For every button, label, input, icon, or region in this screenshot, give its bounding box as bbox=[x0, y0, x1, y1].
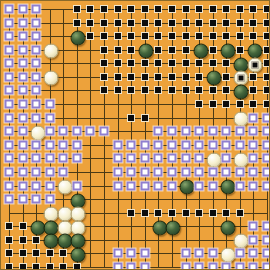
white-territory-marker bbox=[32, 72, 41, 81]
black-territory-marker bbox=[32, 236, 40, 244]
black-territory-marker bbox=[86, 19, 94, 27]
black-territory-marker bbox=[127, 19, 135, 27]
white-territory-marker bbox=[32, 154, 41, 163]
white-territory-marker bbox=[154, 167, 163, 176]
black-territory-marker bbox=[236, 32, 244, 40]
white-territory-marker bbox=[127, 181, 136, 190]
white-territory-marker bbox=[59, 154, 68, 163]
black-territory-marker bbox=[182, 19, 190, 27]
black-territory-marker bbox=[127, 114, 135, 122]
white-territory-marker bbox=[249, 235, 258, 244]
black-territory-marker bbox=[127, 5, 135, 13]
black-territory-marker bbox=[249, 32, 257, 40]
white-territory-marker bbox=[208, 181, 217, 190]
black-territory-marker bbox=[46, 249, 54, 257]
black-territory-marker bbox=[222, 73, 230, 81]
white-territory-marker bbox=[140, 181, 149, 190]
black-territory-marker bbox=[73, 263, 81, 270]
black-territory-marker bbox=[100, 86, 108, 94]
white-territory-marker bbox=[18, 59, 27, 68]
black-territory-marker bbox=[154, 209, 162, 217]
black-territory-marker bbox=[249, 73, 257, 81]
black-territory-marker bbox=[168, 209, 176, 217]
white-territory-marker bbox=[72, 140, 81, 149]
white-territory-marker bbox=[235, 249, 244, 258]
white-territory-marker bbox=[195, 181, 204, 190]
white-territory-marker bbox=[18, 72, 27, 81]
black-territory-marker bbox=[141, 209, 149, 217]
white-territory-marker bbox=[18, 195, 27, 204]
black-territory-marker bbox=[100, 59, 108, 67]
white-territory-marker bbox=[59, 140, 68, 149]
black-territory-marker bbox=[195, 209, 203, 217]
white-territory-marker bbox=[181, 154, 190, 163]
white-territory-marker bbox=[5, 140, 14, 149]
white-territory-marker bbox=[235, 262, 244, 270]
white-territory-marker bbox=[72, 154, 81, 163]
white-territory-marker bbox=[5, 181, 14, 190]
black-territory-marker bbox=[59, 249, 67, 257]
black-territory-marker bbox=[182, 46, 190, 54]
black-territory-marker bbox=[32, 263, 40, 270]
white-territory-marker bbox=[140, 249, 149, 258]
white-territory-marker bbox=[113, 181, 122, 190]
black-territory-marker bbox=[249, 19, 257, 27]
black-territory-marker bbox=[19, 236, 27, 244]
white-territory-marker bbox=[140, 140, 149, 149]
white-territory-marker bbox=[32, 167, 41, 176]
black-territory-marker bbox=[182, 59, 190, 67]
black-territory-marker bbox=[73, 5, 81, 13]
white-territory-marker bbox=[208, 167, 217, 176]
go-board[interactable] bbox=[1, 1, 269, 269]
white-territory-marker bbox=[32, 181, 41, 190]
white-territory-marker bbox=[181, 262, 190, 270]
black-territory-marker bbox=[209, 5, 217, 13]
black-territory-marker bbox=[73, 19, 81, 27]
black-territory-marker bbox=[222, 86, 230, 94]
white-territory-marker bbox=[100, 127, 109, 136]
white-stone[interactable] bbox=[234, 152, 249, 167]
white-territory-marker bbox=[249, 181, 258, 190]
black-territory-marker bbox=[209, 59, 217, 67]
white-territory-marker bbox=[5, 5, 14, 14]
white-stone[interactable] bbox=[44, 44, 59, 59]
white-territory-marker bbox=[45, 195, 54, 204]
black-territory-marker bbox=[59, 263, 67, 270]
white-territory-marker bbox=[249, 262, 258, 270]
white-territory-marker bbox=[18, 32, 27, 41]
black-territory-marker bbox=[263, 46, 270, 54]
black-stone[interactable] bbox=[71, 30, 86, 45]
dead-stone-marker bbox=[238, 75, 245, 82]
black-territory-marker bbox=[263, 19, 270, 27]
white-territory-marker bbox=[59, 167, 68, 176]
white-territory-marker bbox=[32, 100, 41, 109]
black-territory-marker bbox=[19, 249, 27, 257]
black-territory-marker bbox=[168, 73, 176, 81]
white-territory-marker bbox=[113, 249, 122, 258]
white-territory-marker bbox=[249, 167, 258, 176]
black-territory-marker bbox=[263, 32, 270, 40]
white-territory-marker bbox=[249, 222, 258, 231]
white-territory-marker bbox=[5, 113, 14, 122]
white-territory-marker bbox=[167, 154, 176, 163]
black-territory-marker bbox=[182, 209, 190, 217]
white-territory-marker bbox=[18, 140, 27, 149]
black-territory-marker bbox=[222, 209, 230, 217]
black-territory-marker bbox=[168, 46, 176, 54]
black-territory-marker bbox=[100, 5, 108, 13]
white-territory-marker bbox=[113, 154, 122, 163]
black-territory-marker bbox=[141, 19, 149, 27]
black-territory-marker bbox=[195, 86, 203, 94]
white-territory-marker bbox=[45, 181, 54, 190]
white-territory-marker bbox=[5, 127, 14, 136]
white-territory-marker bbox=[5, 45, 14, 54]
dead-white-stone[interactable] bbox=[247, 57, 262, 72]
black-territory-marker bbox=[222, 5, 230, 13]
white-territory-marker bbox=[113, 262, 122, 270]
black-territory-marker bbox=[209, 86, 217, 94]
white-territory-marker bbox=[249, 140, 258, 149]
white-territory-marker bbox=[235, 181, 244, 190]
white-territory-marker bbox=[154, 140, 163, 149]
black-territory-marker bbox=[141, 86, 149, 94]
white-territory-marker bbox=[5, 59, 14, 68]
white-territory-marker bbox=[5, 100, 14, 109]
black-territory-marker bbox=[209, 46, 217, 54]
white-territory-marker bbox=[5, 18, 14, 27]
white-territory-marker bbox=[249, 113, 258, 122]
white-territory-marker bbox=[32, 113, 41, 122]
black-territory-marker bbox=[249, 100, 257, 108]
black-territory-marker bbox=[154, 19, 162, 27]
black-territory-marker bbox=[195, 32, 203, 40]
black-territory-marker bbox=[249, 5, 257, 13]
white-territory-marker bbox=[181, 249, 190, 258]
white-stone[interactable] bbox=[57, 180, 72, 195]
black-territory-marker bbox=[209, 100, 217, 108]
black-territory-marker bbox=[195, 59, 203, 67]
white-territory-marker bbox=[127, 262, 136, 270]
white-territory-marker bbox=[45, 154, 54, 163]
black-territory-marker bbox=[263, 100, 270, 108]
white-territory-marker bbox=[18, 45, 27, 54]
black-territory-marker bbox=[127, 86, 135, 94]
black-territory-marker bbox=[195, 73, 203, 81]
white-territory-marker bbox=[140, 154, 149, 163]
white-territory-marker bbox=[235, 127, 244, 136]
white-territory-marker bbox=[32, 18, 41, 27]
black-territory-marker bbox=[195, 100, 203, 108]
black-territory-marker bbox=[182, 32, 190, 40]
black-territory-marker bbox=[154, 32, 162, 40]
black-stone[interactable] bbox=[193, 44, 208, 59]
white-stone[interactable] bbox=[220, 247, 235, 262]
grid-line-vertical bbox=[90, 9, 91, 267]
white-stone[interactable] bbox=[30, 125, 45, 140]
black-territory-marker bbox=[154, 73, 162, 81]
white-territory-marker bbox=[262, 262, 270, 270]
black-territory-marker bbox=[168, 59, 176, 67]
black-territory-marker bbox=[5, 263, 13, 270]
white-territory-marker bbox=[127, 154, 136, 163]
white-territory-marker bbox=[154, 127, 163, 136]
white-territory-marker bbox=[140, 262, 149, 270]
go-app-window bbox=[0, 0, 270, 270]
black-territory-marker bbox=[168, 5, 176, 13]
white-territory-marker bbox=[249, 154, 258, 163]
black-territory-marker bbox=[263, 86, 270, 94]
white-territory-marker bbox=[195, 140, 204, 149]
black-territory-marker bbox=[141, 5, 149, 13]
black-territory-marker bbox=[46, 263, 54, 270]
black-territory-marker bbox=[195, 19, 203, 27]
black-territory-marker bbox=[222, 59, 230, 67]
black-territory-marker bbox=[222, 19, 230, 27]
black-territory-marker bbox=[114, 5, 122, 13]
black-territory-marker bbox=[236, 19, 244, 27]
black-territory-marker bbox=[19, 222, 27, 230]
black-stone[interactable] bbox=[71, 247, 86, 262]
black-territory-marker bbox=[100, 32, 108, 40]
white-territory-marker bbox=[154, 154, 163, 163]
white-territory-marker bbox=[222, 262, 231, 270]
black-territory-marker bbox=[114, 73, 122, 81]
white-territory-marker bbox=[32, 5, 41, 14]
white-territory-marker bbox=[18, 181, 27, 190]
white-territory-marker bbox=[5, 195, 14, 204]
black-stone[interactable] bbox=[207, 71, 222, 86]
white-territory-marker bbox=[235, 167, 244, 176]
white-territory-marker bbox=[262, 249, 270, 258]
black-territory-marker bbox=[100, 46, 108, 54]
black-territory-marker bbox=[32, 249, 40, 257]
black-territory-marker bbox=[249, 86, 257, 94]
white-territory-marker bbox=[222, 154, 231, 163]
black-territory-marker bbox=[5, 236, 13, 244]
black-territory-marker bbox=[5, 249, 13, 257]
black-territory-marker bbox=[127, 209, 135, 217]
white-territory-marker bbox=[167, 167, 176, 176]
black-territory-marker bbox=[168, 32, 176, 40]
white-stone[interactable] bbox=[234, 234, 249, 249]
white-territory-marker bbox=[262, 154, 270, 163]
black-territory-marker bbox=[141, 59, 149, 67]
dead-stone-marker bbox=[251, 61, 258, 68]
black-territory-marker bbox=[168, 86, 176, 94]
white-territory-marker bbox=[72, 127, 81, 136]
white-territory-marker bbox=[45, 113, 54, 122]
black-territory-marker bbox=[209, 209, 217, 217]
black-territory-marker bbox=[168, 19, 176, 27]
white-territory-marker bbox=[18, 167, 27, 176]
white-territory-marker bbox=[167, 181, 176, 190]
black-territory-marker bbox=[263, 5, 270, 13]
white-territory-marker bbox=[262, 113, 270, 122]
black-territory-marker bbox=[86, 32, 94, 40]
white-territory-marker bbox=[208, 249, 217, 258]
white-territory-marker bbox=[181, 140, 190, 149]
white-stone[interactable] bbox=[234, 112, 249, 127]
white-territory-marker bbox=[18, 154, 27, 163]
white-territory-marker bbox=[72, 181, 81, 190]
white-territory-marker bbox=[45, 127, 54, 136]
white-territory-marker bbox=[249, 249, 258, 258]
black-territory-marker bbox=[114, 46, 122, 54]
black-territory-marker bbox=[5, 222, 13, 230]
black-territory-marker bbox=[236, 5, 244, 13]
white-territory-marker bbox=[113, 167, 122, 176]
black-territory-marker bbox=[222, 32, 230, 40]
white-territory-marker bbox=[45, 100, 54, 109]
white-territory-marker bbox=[18, 86, 27, 95]
black-territory-marker bbox=[141, 114, 149, 122]
white-territory-marker bbox=[222, 167, 231, 176]
white-territory-marker bbox=[86, 127, 95, 136]
white-territory-marker bbox=[262, 127, 270, 136]
black-territory-marker bbox=[127, 46, 135, 54]
white-territory-marker bbox=[262, 140, 270, 149]
white-territory-marker bbox=[208, 140, 217, 149]
white-territory-marker bbox=[181, 127, 190, 136]
white-territory-marker bbox=[5, 167, 14, 176]
white-territory-marker bbox=[195, 154, 204, 163]
black-stone[interactable] bbox=[180, 180, 195, 195]
white-territory-marker bbox=[59, 127, 68, 136]
black-territory-marker bbox=[222, 100, 230, 108]
white-territory-marker bbox=[262, 181, 270, 190]
white-territory-marker bbox=[32, 195, 41, 204]
white-territory-marker bbox=[18, 113, 27, 122]
black-territory-marker bbox=[114, 86, 122, 94]
black-stone[interactable] bbox=[220, 180, 235, 195]
black-territory-marker bbox=[127, 59, 135, 67]
white-territory-marker bbox=[5, 32, 14, 41]
black-territory-marker bbox=[154, 86, 162, 94]
white-stone[interactable] bbox=[44, 71, 59, 86]
white-territory-marker bbox=[262, 222, 270, 231]
black-stone[interactable] bbox=[139, 44, 154, 59]
black-territory-marker bbox=[154, 5, 162, 13]
white-territory-marker bbox=[208, 127, 217, 136]
black-territory-marker bbox=[127, 32, 135, 40]
white-territory-marker bbox=[32, 140, 41, 149]
white-territory-marker bbox=[195, 167, 204, 176]
black-territory-marker bbox=[127, 73, 135, 81]
white-territory-marker bbox=[249, 127, 258, 136]
white-territory-marker bbox=[45, 167, 54, 176]
white-territory-marker bbox=[262, 167, 270, 176]
black-territory-marker bbox=[154, 59, 162, 67]
black-territory-marker bbox=[236, 46, 244, 54]
white-territory-marker bbox=[167, 127, 176, 136]
black-territory-marker bbox=[154, 46, 162, 54]
white-territory-marker bbox=[195, 262, 204, 270]
white-territory-marker bbox=[5, 86, 14, 95]
black-territory-marker bbox=[263, 73, 270, 81]
black-stone[interactable] bbox=[220, 220, 235, 235]
black-territory-marker bbox=[19, 263, 27, 270]
black-territory-marker bbox=[182, 86, 190, 94]
black-territory-marker bbox=[114, 19, 122, 27]
black-territory-marker bbox=[195, 5, 203, 13]
white-territory-marker bbox=[18, 5, 27, 14]
white-territory-marker bbox=[18, 100, 27, 109]
white-territory-marker bbox=[18, 127, 27, 136]
white-territory-marker bbox=[181, 167, 190, 176]
white-territory-marker bbox=[113, 140, 122, 149]
black-territory-marker bbox=[141, 32, 149, 40]
black-territory-marker bbox=[182, 5, 190, 13]
black-territory-marker bbox=[263, 59, 270, 67]
white-territory-marker bbox=[195, 127, 204, 136]
black-territory-marker bbox=[114, 59, 122, 67]
black-stone[interactable] bbox=[234, 84, 249, 99]
black-territory-marker bbox=[100, 73, 108, 81]
white-territory-marker bbox=[154, 181, 163, 190]
white-territory-marker bbox=[32, 45, 41, 54]
white-territory-marker bbox=[45, 140, 54, 149]
white-territory-marker bbox=[32, 59, 41, 68]
black-territory-marker bbox=[182, 73, 190, 81]
black-territory-marker bbox=[209, 19, 217, 27]
white-territory-marker bbox=[208, 262, 217, 270]
white-territory-marker bbox=[18, 18, 27, 27]
black-territory-marker bbox=[209, 32, 217, 40]
black-stone[interactable] bbox=[220, 44, 235, 59]
white-territory-marker bbox=[195, 249, 204, 258]
white-territory-marker bbox=[32, 32, 41, 41]
white-territory-marker bbox=[167, 140, 176, 149]
white-territory-marker bbox=[127, 249, 136, 258]
white-stone[interactable] bbox=[207, 152, 222, 167]
black-territory-marker bbox=[114, 32, 122, 40]
black-territory-marker bbox=[100, 19, 108, 27]
white-territory-marker bbox=[222, 127, 231, 136]
white-territory-marker bbox=[127, 140, 136, 149]
white-territory-marker bbox=[32, 86, 41, 95]
white-territory-marker bbox=[127, 167, 136, 176]
black-territory-marker bbox=[141, 73, 149, 81]
white-territory-marker bbox=[140, 167, 149, 176]
black-stone[interactable] bbox=[166, 220, 181, 235]
white-territory-marker bbox=[5, 72, 14, 81]
black-territory-marker bbox=[236, 209, 244, 217]
white-territory-marker bbox=[222, 140, 231, 149]
black-territory-marker bbox=[236, 100, 244, 108]
white-territory-marker bbox=[262, 235, 270, 244]
white-territory-marker bbox=[235, 140, 244, 149]
black-territory-marker bbox=[86, 5, 94, 13]
white-territory-marker bbox=[5, 154, 14, 163]
